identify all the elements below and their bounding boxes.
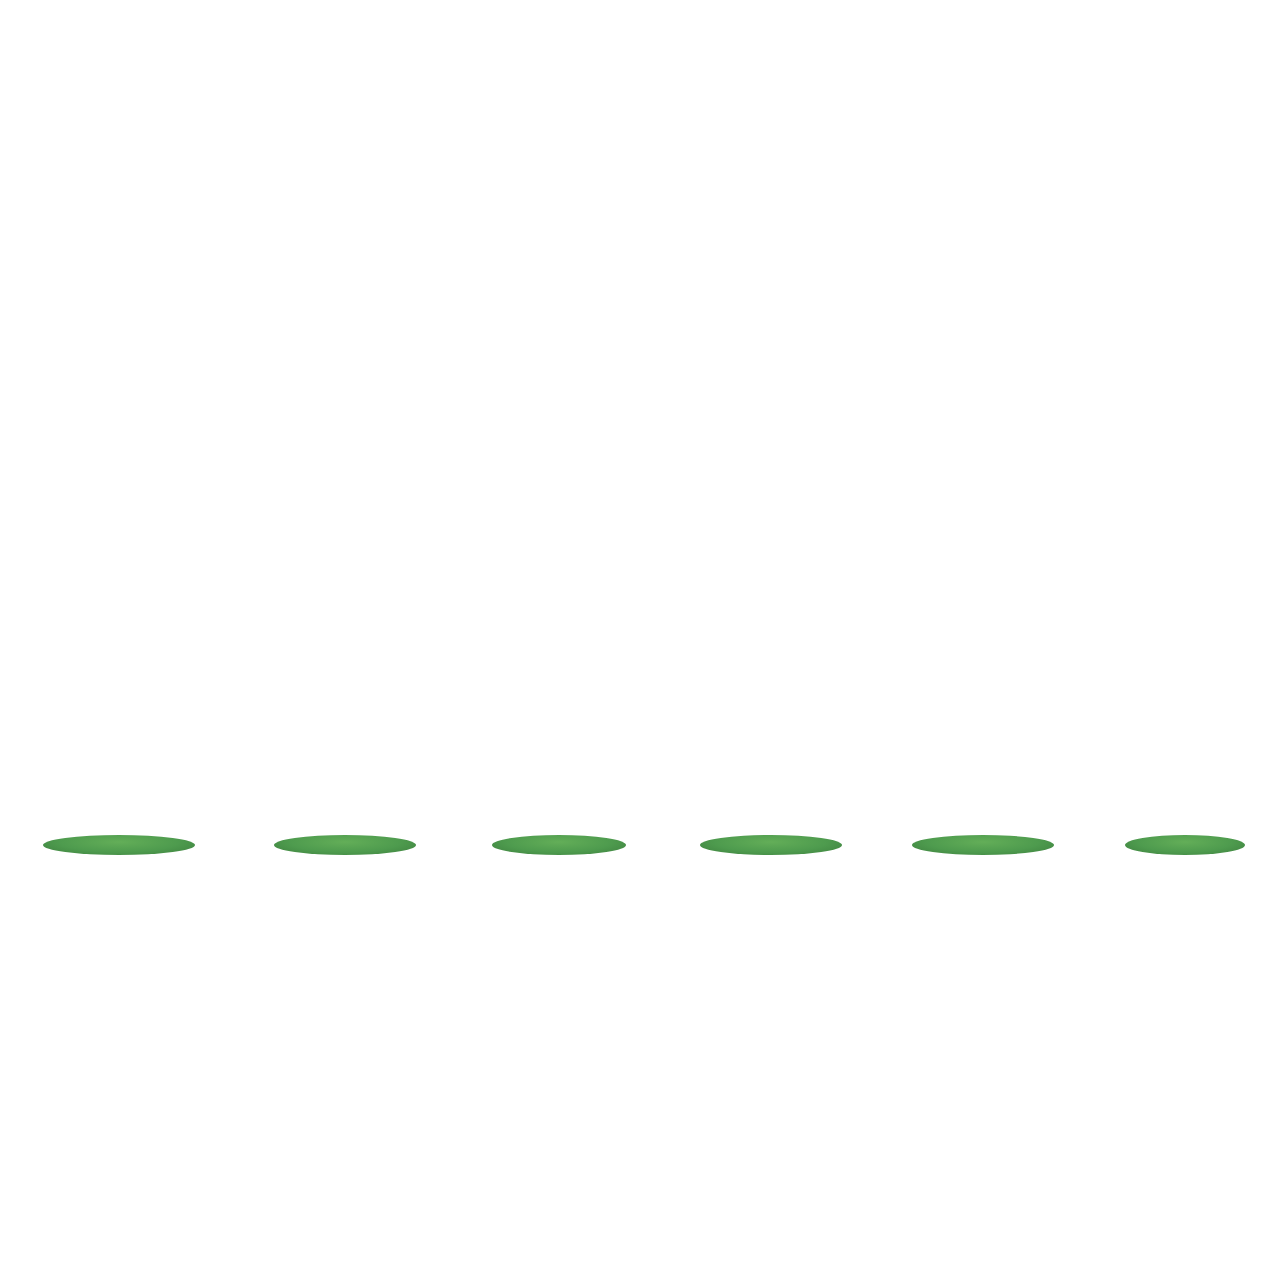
piece-king: ♚ (0, 405, 237, 855)
photo-canvas: { "game": "chess", "position": "No board… (0, 0, 1280, 1280)
piece-bishop: ♝ (453, 510, 665, 855)
piece-rook: ♜ (877, 570, 1089, 855)
piece-knight: ♞ (665, 515, 877, 855)
product-photo: ♚ ♛ ♝ ♞ ♜ ♟ (0, 0, 1280, 1280)
piece-queen: ♛ (237, 490, 453, 855)
piece-pawn: ♟ (1089, 610, 1280, 855)
